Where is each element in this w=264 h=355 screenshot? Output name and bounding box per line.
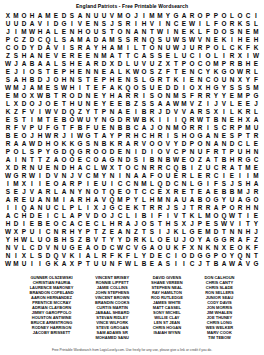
grid-cell: R — [116, 220, 124, 228]
grid-cell: N — [124, 228, 132, 236]
grid-cell: D — [44, 252, 52, 260]
grid-cell: V — [164, 148, 172, 156]
grid-cell: M — [116, 12, 124, 20]
grid-cell: R — [124, 92, 132, 100]
grid-cell: T — [84, 76, 92, 84]
grid-cell: O — [196, 140, 204, 148]
grid-cell: B — [124, 100, 132, 108]
grid-cell: O — [100, 212, 108, 220]
grid-cell: C — [132, 164, 140, 172]
grid-cell: L — [228, 12, 236, 20]
grid-cell: R — [4, 124, 12, 132]
grid-cell: D — [228, 140, 236, 148]
grid-cell: W — [172, 156, 180, 164]
grid-cell: C — [108, 244, 116, 252]
grid-cell: S — [244, 84, 252, 92]
grid-cell: P — [228, 148, 236, 156]
grid-cell: G — [220, 236, 228, 244]
grid-cell: R — [76, 44, 84, 52]
grid-cell: I — [252, 12, 260, 20]
grid-cell: R — [132, 92, 140, 100]
grid-cell: X — [68, 260, 76, 268]
grid-cell: V — [164, 140, 172, 148]
grid-cell: S — [84, 140, 92, 148]
grid-cell: A — [116, 228, 124, 236]
grid-cell: R — [228, 52, 236, 60]
grid-cell: H — [84, 196, 92, 204]
grid-cell: A — [84, 252, 92, 260]
grid-cell: X — [12, 100, 20, 108]
grid-cell: N — [4, 252, 12, 260]
grid-cell: I — [36, 228, 44, 236]
grid-cell: R — [244, 68, 252, 76]
grid-cell: A — [4, 156, 12, 164]
grid-cell: S — [148, 100, 156, 108]
grid-cell: N — [84, 68, 92, 76]
grid-cell: C — [148, 188, 156, 196]
grid-cell: E — [172, 172, 180, 180]
grid-cell: I — [60, 196, 68, 204]
grid-cell: P — [244, 92, 252, 100]
grid-cell: A — [12, 140, 20, 148]
grid-cell: V — [140, 60, 148, 68]
grid-cell: L — [28, 236, 36, 244]
word-list-item: RONNIE LIPPETT — [95, 280, 129, 285]
grid-cell: B — [84, 236, 92, 244]
grid-cell: N — [44, 196, 52, 204]
grid-cell: I — [148, 212, 156, 220]
grid-cell: A — [76, 12, 84, 20]
grid-cell: R — [132, 36, 140, 44]
grid-cell: Y — [220, 196, 228, 204]
grid-cell: A — [12, 76, 20, 84]
grid-cell: S — [140, 84, 148, 92]
grid-cell: U — [164, 244, 172, 252]
grid-cell: C — [228, 44, 236, 52]
grid-cell: M — [252, 28, 260, 36]
grid-cell: M — [156, 12, 164, 20]
grid-cell: I — [44, 20, 52, 28]
grid-cell: I — [12, 28, 20, 36]
grid-cell: Y — [132, 196, 140, 204]
grid-cell: O — [204, 196, 212, 204]
grid-cell: O — [68, 116, 76, 124]
grid-cell: N — [188, 68, 196, 76]
grid-cell: W — [236, 68, 244, 76]
grid-cell: H — [180, 132, 188, 140]
grid-cell: L — [132, 260, 140, 268]
grid-cell: R — [236, 204, 244, 212]
grid-cell: D — [60, 164, 68, 172]
grid-cell: A — [108, 44, 116, 52]
grid-cell: A — [204, 156, 212, 164]
grid-cell: H — [204, 84, 212, 92]
grid-cell: O — [236, 12, 244, 20]
grid-cell: O — [52, 76, 60, 84]
grid-cell: P — [116, 132, 124, 140]
grid-cell: M — [148, 12, 156, 20]
grid-cell: Q — [220, 212, 228, 220]
grid-cell: Q — [148, 36, 156, 44]
grid-cell: O — [52, 140, 60, 148]
grid-cell: X — [20, 252, 28, 260]
word-list: GUNNER OLSZEWSKICHRISTIAN FAURIALAURENCE… — [8, 275, 256, 341]
grid-cell: E — [252, 164, 260, 172]
grid-cell: X — [92, 204, 100, 212]
grid-cell: O — [140, 68, 148, 76]
grid-cell: K — [4, 108, 12, 116]
grid-cell: O — [204, 52, 212, 60]
word-list-item: VINCENT BROWN — [95, 295, 129, 300]
grid-cell: H — [244, 180, 252, 188]
grid-cell: V — [220, 100, 228, 108]
grid-cell: T — [148, 28, 156, 36]
grid-cell: C — [84, 172, 92, 180]
grid-cell: L — [172, 52, 180, 60]
grid-cell: P — [212, 12, 220, 20]
grid-cell: E — [180, 68, 188, 76]
grid-cell: L — [252, 108, 260, 116]
grid-cell: D — [12, 164, 20, 172]
grid-cell: T — [156, 220, 164, 228]
grid-cell: E — [76, 68, 84, 76]
grid-cell: U — [228, 196, 236, 204]
grid-cell: A — [100, 36, 108, 44]
grid-cell: K — [236, 108, 244, 116]
grid-cell: V — [172, 108, 180, 116]
grid-cell: H — [148, 196, 156, 204]
grid-cell: E — [92, 92, 100, 100]
grid-cell: H — [236, 116, 244, 124]
grid-cell: F — [164, 68, 172, 76]
grid-cell: I — [68, 132, 76, 140]
grid-cell: W — [172, 36, 180, 44]
grid-cell: O — [220, 12, 228, 20]
grid-cell: R — [204, 172, 212, 180]
grid-cell: E — [228, 116, 236, 124]
grid-cell: M — [252, 172, 260, 180]
grid-cell: R — [44, 188, 52, 196]
grid-cell: O — [52, 180, 60, 188]
grid-cell: I — [236, 220, 244, 228]
grid-cell: U — [148, 60, 156, 68]
grid-cell: I — [44, 212, 52, 220]
grid-cell: C — [52, 212, 60, 220]
grid-cell: W — [116, 244, 124, 252]
word-list-item: ISAIAH WYNN — [151, 330, 183, 335]
grid-cell: Y — [92, 116, 100, 124]
grid-cell: F — [204, 28, 212, 36]
grid-cell: E — [60, 28, 68, 36]
grid-cell: L — [116, 68, 124, 76]
grid-cell: K — [148, 116, 156, 124]
grid-cell: C — [188, 260, 196, 268]
grid-cell: L — [212, 52, 220, 60]
grid-cell: C — [140, 188, 148, 196]
grid-cell: G — [52, 148, 60, 156]
grid-cell: M — [100, 52, 108, 60]
grid-cell: I — [28, 260, 36, 268]
grid-cell: N — [220, 116, 228, 124]
grid-cell: K — [52, 260, 60, 268]
grid-cell: A — [116, 108, 124, 116]
grid-cell: N — [228, 76, 236, 84]
grid-cell: D — [100, 60, 108, 68]
grid-cell: S — [52, 84, 60, 92]
grid-cell: F — [180, 244, 188, 252]
grid-cell: M — [12, 84, 20, 92]
grid-cell: A — [68, 196, 76, 204]
grid-cell: N — [84, 100, 92, 108]
grid-cell: J — [28, 132, 36, 140]
grid-cell: N — [36, 204, 44, 212]
grid-cell: I — [20, 68, 28, 76]
grid-cell: R — [12, 196, 20, 204]
grid-cell: D — [36, 76, 44, 84]
grid-cell: P — [196, 220, 204, 228]
grid-cell: R — [196, 124, 204, 132]
grid-cell: R — [204, 92, 212, 100]
grid-cell: M — [116, 44, 124, 52]
grid-cell: N — [36, 52, 44, 60]
grid-cell: I — [180, 84, 188, 92]
grid-cell: S — [148, 68, 156, 76]
grid-cell: A — [84, 44, 92, 52]
grid-cell: Z — [76, 236, 84, 244]
grid-cell: K — [172, 228, 180, 236]
grid-cell: U — [76, 100, 84, 108]
grid-cell: M — [116, 196, 124, 204]
grid-cell: T — [140, 228, 148, 236]
grid-cell: O — [116, 28, 124, 36]
grid-cell: D — [212, 28, 220, 36]
grid-cell: E — [92, 84, 100, 92]
grid-cell: G — [148, 76, 156, 84]
grid-cell: E — [12, 132, 20, 140]
grid-cell: Y — [116, 236, 124, 244]
grid-cell: U — [188, 44, 196, 52]
grid-cell: N — [92, 140, 100, 148]
grid-cell: R — [68, 52, 76, 60]
grid-cell: W — [228, 212, 236, 220]
grid-cell: K — [108, 140, 116, 148]
grid-cell: E — [4, 68, 12, 76]
grid-cell: A — [172, 196, 180, 204]
grid-cell: V — [28, 188, 36, 196]
grid-cell: U — [4, 20, 12, 28]
grid-cell: B — [212, 116, 220, 124]
grid-cell: O — [228, 204, 236, 212]
grid-cell: K — [60, 140, 68, 148]
grid-cell: M — [156, 196, 164, 204]
grid-cell: E — [252, 212, 260, 220]
grid-cell: I — [156, 20, 164, 28]
grid-cell: L — [52, 60, 60, 68]
grid-cell: V — [52, 44, 60, 52]
word-column: GUNNER OLSZEWSKICHRISTIAN FAURIALAURENCE… — [30, 275, 74, 341]
grid-cell: I — [196, 20, 204, 28]
grid-cell: U — [36, 236, 44, 244]
grid-cell: O — [220, 252, 228, 260]
grid-cell: Y — [212, 92, 220, 100]
grid-cell: T — [20, 116, 28, 124]
grid-cell: O — [12, 148, 20, 156]
grid-cell: Q — [124, 84, 132, 92]
grid-cell: E — [180, 188, 188, 196]
grid-cell: G — [204, 252, 212, 260]
grid-cell: J — [180, 236, 188, 244]
grid-cell: Y — [100, 100, 108, 108]
grid-cell: C — [76, 220, 84, 228]
grid-cell: C — [140, 132, 148, 140]
grid-cell: N — [164, 20, 172, 28]
grid-cell: I — [12, 204, 20, 212]
grid-cell: K — [68, 140, 76, 148]
grid-cell: G — [140, 244, 148, 252]
grid-cell: A — [228, 164, 236, 172]
grid-cell: D — [60, 148, 68, 156]
grid-cell: A — [44, 60, 52, 68]
grid-cell: L — [196, 212, 204, 220]
grid-cell: W — [188, 36, 196, 44]
grid-cell: G — [108, 116, 116, 124]
grid-cell: U — [236, 148, 244, 156]
grid-cell: J — [164, 228, 172, 236]
grid-cell: N — [212, 244, 220, 252]
grid-cell: E — [60, 52, 68, 60]
grid-cell: J — [20, 84, 28, 92]
grid-cell: E — [92, 180, 100, 188]
grid-cell: W — [76, 116, 84, 124]
grid-cell: A — [60, 180, 68, 188]
grid-cell: A — [236, 260, 244, 268]
grid-cell: L — [148, 236, 156, 244]
grid-cell: Z — [156, 60, 164, 68]
grid-cell: O — [156, 92, 164, 100]
grid-cell: G — [84, 132, 92, 140]
grid-cell: E — [228, 172, 236, 180]
grid-cell: C — [172, 20, 180, 28]
grid-cell: A — [36, 60, 44, 68]
grid-cell: U — [252, 124, 260, 132]
word-list-item: DON CALHOUN — [204, 275, 234, 280]
grid-cell: I — [124, 44, 132, 52]
grid-cell: X — [180, 220, 188, 228]
grid-cell: E — [204, 220, 212, 228]
grid-cell: I — [36, 260, 44, 268]
grid-cell: S — [4, 76, 12, 84]
grid-cell: E — [180, 20, 188, 28]
grid-cell: P — [84, 228, 92, 236]
grid-cell: L — [220, 44, 228, 52]
grid-cell: N — [236, 28, 244, 36]
grid-cell: N — [108, 260, 116, 268]
grid-cell: N — [108, 124, 116, 132]
grid-cell: O — [156, 236, 164, 244]
grid-cell: W — [172, 100, 180, 108]
grid-cell: U — [36, 164, 44, 172]
grid-cell: U — [100, 260, 108, 268]
grid-cell: N — [124, 28, 132, 36]
grid-cell: M — [204, 228, 212, 236]
grid-cell: H — [68, 68, 76, 76]
grid-cell: R — [68, 180, 76, 188]
grid-cell: V — [228, 220, 236, 228]
grid-cell: C — [172, 148, 180, 156]
grid-cell: N — [52, 228, 60, 236]
grid-cell: J — [12, 60, 20, 68]
grid-cell: I — [220, 172, 228, 180]
grid-cell: R — [196, 92, 204, 100]
grid-cell: R — [212, 148, 220, 156]
grid-cell: B — [212, 260, 220, 268]
grid-cell: Z — [76, 108, 84, 116]
grid-cell: L — [124, 212, 132, 220]
grid-cell: D — [60, 12, 68, 20]
grid-cell: N — [220, 140, 228, 148]
grid-cell: T — [188, 188, 196, 196]
grid-cell: B — [4, 132, 12, 140]
grid-cell: R — [76, 196, 84, 204]
grid-cell: Y — [44, 148, 52, 156]
grid-cell: J — [252, 228, 260, 236]
grid-cell: N — [108, 172, 116, 180]
grid-cell: N — [156, 44, 164, 52]
grid-cell: P — [180, 148, 188, 156]
grid-cell: T — [172, 60, 180, 68]
grid-cell: G — [52, 124, 60, 132]
grid-cell: S — [148, 92, 156, 100]
grid-cell: G — [196, 180, 204, 188]
grid-cell: S — [172, 132, 180, 140]
grid-cell: K — [204, 244, 212, 252]
grid-cell: E — [84, 52, 92, 60]
grid-cell: M — [236, 188, 244, 196]
grid-cell: I — [12, 252, 20, 260]
grid-cell: W — [172, 44, 180, 52]
grid-cell: X — [164, 60, 172, 68]
grid-cell: L — [132, 252, 140, 260]
grid-cell: U — [148, 84, 156, 92]
grid-cell: N — [92, 52, 100, 60]
grid-cell: A — [68, 36, 76, 44]
grid-cell: I — [180, 76, 188, 84]
grid-cell: K — [68, 252, 76, 260]
grid-cell: W — [228, 260, 236, 268]
grid-cell: U — [92, 260, 100, 268]
grid-cell: S — [148, 220, 156, 228]
grid-cell: G — [212, 196, 220, 204]
grid-cell: T — [220, 148, 228, 156]
grid-cell: H — [228, 156, 236, 164]
grid-cell: E — [124, 204, 132, 212]
grid-cell: D — [92, 36, 100, 44]
grid-cell: R — [188, 12, 196, 20]
grid-cell: A — [68, 220, 76, 228]
grid-cell: A — [204, 188, 212, 196]
grid-cell: A — [108, 68, 116, 76]
grid-cell: R — [220, 164, 228, 172]
grid-cell: U — [164, 36, 172, 44]
grid-cell: T — [164, 76, 172, 84]
grid-cell: Q — [20, 204, 28, 212]
grid-cell: K — [140, 236, 148, 244]
word-column: VINCENT BRISBYRONNIE LIPPETTJAMIE COLLIN… — [95, 275, 129, 341]
grid-cell: W — [4, 260, 12, 268]
grid-cell: J — [68, 172, 76, 180]
grid-cell: R — [60, 92, 68, 100]
grid-cell: G — [244, 156, 252, 164]
